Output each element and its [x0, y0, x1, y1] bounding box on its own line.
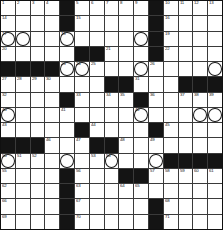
grid-cell-r10c5[interactable]	[60, 138, 74, 152]
circle-marker	[208, 108, 222, 122]
grid-cell-r7c6[interactable]: 33	[75, 93, 89, 107]
grid-cell-r7c15[interactable]: 39	[208, 93, 222, 107]
grid-cell-r3c8[interactable]	[105, 32, 119, 46]
clue-number: 22	[165, 47, 169, 52]
clue-number: 19	[165, 32, 169, 37]
grid-cell-r11c2[interactable]: 51	[16, 154, 30, 168]
grid-cell-r9c13[interactable]	[179, 123, 193, 137]
clue-number: 52	[32, 154, 36, 159]
grid-cell-r12c1[interactable]: 55	[1, 169, 15, 183]
grid-cell-r12c13[interactable]: 59	[179, 169, 193, 183]
grid-cell-r11c6[interactable]	[75, 154, 89, 168]
clue-number: 57	[150, 169, 154, 174]
grid-cell-r10c4[interactable]: 46	[45, 138, 59, 152]
black-square-r11c13	[179, 154, 193, 168]
grid-cell-r11c4[interactable]	[45, 154, 59, 168]
grid-cell-r15c14[interactable]	[193, 215, 207, 229]
clue-number: 50	[2, 154, 6, 159]
clue-number: 25	[91, 62, 95, 67]
clue-number: 40	[2, 108, 6, 113]
clue-number: 60	[194, 169, 198, 174]
grid-cell-r10c15[interactable]	[208, 138, 222, 152]
clue-number: 41	[61, 108, 65, 113]
grid-cell-r13c13[interactable]	[179, 184, 193, 198]
grid-cell-r10c9[interactable]: 48	[119, 138, 133, 152]
grid-cell-r1c3[interactable]: 3	[31, 1, 45, 15]
grid-cell-r1c9[interactable]: 8	[119, 1, 133, 15]
clue-number: 65	[135, 184, 139, 189]
grid-cell-r4c14[interactable]	[193, 47, 207, 61]
black-square-r9c11	[149, 123, 163, 137]
grid-cell-r13c8[interactable]	[105, 184, 119, 198]
grid-cell-r1c15[interactable]: 13	[208, 1, 222, 15]
grid-cell-r1c1[interactable]: 1	[1, 1, 15, 15]
clue-number: 56	[76, 169, 80, 174]
grid-cell-r5c7[interactable]: 25	[90, 62, 104, 76]
grid-cell-r5c11[interactable]: 26	[149, 62, 163, 76]
grid-cell-r13c6[interactable]: 63	[75, 184, 89, 198]
grid-cell-r12c11[interactable]: 57	[149, 169, 163, 183]
grid-cell-r12c12[interactable]: 58	[164, 169, 178, 183]
grid-cell-r13c7[interactable]	[90, 184, 104, 198]
grid-cell-r15c6[interactable]: 70	[75, 215, 89, 229]
grid-cell-r4c8[interactable]: 21	[105, 47, 119, 61]
clue-number: 71	[165, 215, 169, 220]
circle-marker	[75, 62, 89, 76]
grid-cell-r14c7[interactable]	[90, 199, 104, 213]
grid-cell-r15c3[interactable]	[31, 215, 45, 229]
clue-number: 14	[2, 16, 6, 21]
grid-cell-r9c4[interactable]	[45, 123, 59, 137]
grid-cell-r12c7[interactable]	[90, 169, 104, 183]
clue-number: 31	[135, 77, 139, 82]
grid-cell-r10c10[interactable]	[134, 138, 148, 152]
black-square-r10c1	[1, 138, 15, 152]
grid-cell-r12c6[interactable]: 56	[75, 169, 89, 183]
clue-number: 33	[76, 93, 80, 98]
grid-cell-r2c6[interactable]: 15	[75, 16, 89, 30]
black-square-r14c5	[60, 199, 74, 213]
grid-cell-r11c10[interactable]	[134, 154, 148, 168]
black-square-r12c9	[119, 169, 133, 183]
grid-cell-r2c1[interactable]: 14	[1, 16, 15, 30]
grid-cell-r2c14[interactable]	[193, 16, 207, 30]
grid-cell-r8c5[interactable]: 41	[60, 108, 74, 122]
grid-cell-r11c7[interactable]: 53	[90, 154, 104, 168]
clue-number: 11	[180, 1, 184, 6]
clue-number: 29	[32, 77, 36, 82]
grid-cell-r3c9[interactable]	[119, 32, 133, 46]
grid-cell-r2c7[interactable]	[90, 16, 104, 30]
black-square-r1c11	[149, 1, 163, 15]
grid-cell-r15c4[interactable]	[45, 215, 59, 229]
black-square-r10c2	[16, 138, 30, 152]
grid-cell-r8c12[interactable]	[164, 108, 178, 122]
grid-cell-r9c8[interactable]	[105, 123, 119, 137]
black-square-r4c11	[149, 47, 163, 61]
clue-number: 13	[209, 1, 213, 6]
black-square-r5c3	[31, 62, 45, 76]
black-square-r10c3	[31, 138, 45, 152]
grid-cell-r6c10[interactable]: 31	[134, 77, 148, 91]
grid-cell-r9c7[interactable]: 44	[90, 123, 104, 137]
grid-cell-r15c12[interactable]: 71	[164, 215, 178, 229]
grid-cell-r9c1[interactable]: 43	[1, 123, 15, 137]
grid-cell-r8c7[interactable]	[90, 108, 104, 122]
grid-cell-r5c5[interactable]: 23	[60, 62, 74, 76]
black-square-r6c15	[208, 77, 222, 91]
clue-number: 17	[2, 32, 6, 37]
clue-number: 45	[165, 123, 169, 128]
grid-cell-r7c1[interactable]: 32	[1, 93, 15, 107]
circle-marker	[134, 108, 148, 122]
black-square-r11c14	[193, 154, 207, 168]
clue-number: 34	[106, 93, 110, 98]
grid-cell-r8c1[interactable]: 40	[1, 108, 15, 122]
grid-cell-r7c2[interactable]	[16, 93, 30, 107]
black-square-r7c5	[60, 93, 74, 107]
grid-cell-r8c9[interactable]	[119, 108, 133, 122]
grid-cell-r5c8[interactable]	[105, 62, 119, 76]
grid-cell-r2c10[interactable]	[134, 16, 148, 30]
grid-cell-r8c14[interactable]	[193, 108, 207, 122]
grid-cell-r3c13[interactable]	[179, 32, 193, 46]
clue-number: 63	[76, 184, 80, 189]
grid-cell-r1c14[interactable]: 12	[193, 1, 207, 15]
grid-cell-r13c9[interactable]: 64	[119, 184, 133, 198]
grid-cell-r8c13[interactable]	[179, 108, 193, 122]
grid-cell-r3c7[interactable]	[90, 32, 104, 46]
clue-number: 24	[76, 62, 80, 67]
grid-cell-r1c12[interactable]: 10	[164, 1, 178, 15]
grid-cell-r13c3[interactable]	[31, 184, 45, 198]
clue-number: 61	[209, 169, 213, 174]
grid-cell-r11c9[interactable]	[119, 154, 133, 168]
grid-cell-r14c1[interactable]: 66	[1, 199, 15, 213]
clue-number: 66	[2, 199, 6, 204]
grid-cell-r1c7[interactable]: 6	[90, 1, 104, 15]
grid-cell-r10c14[interactable]	[193, 138, 207, 152]
grid-cell-r8c15[interactable]	[208, 108, 222, 122]
black-square-r13c5	[60, 184, 74, 198]
grid-cell-r4c13[interactable]	[179, 47, 193, 61]
grid-cell-r11c11[interactable]	[149, 154, 163, 168]
grid-cell-r7c11[interactable]: 36	[149, 93, 163, 107]
grid-cell-r10c6[interactable]: 47	[75, 138, 89, 152]
grid-cell-r4c12[interactable]: 22	[164, 47, 178, 61]
black-square-r6c13	[179, 77, 193, 91]
clue-number: 7	[106, 1, 108, 6]
clue-number: 2	[17, 1, 19, 6]
grid-cell-r7c12[interactable]	[164, 93, 178, 107]
clue-number: 46	[46, 138, 50, 143]
grid-cell-r9c3[interactable]	[31, 123, 45, 137]
clue-number: 32	[2, 93, 6, 98]
grid-cell-r8c3[interactable]	[31, 108, 45, 122]
grid-cell-r3c5[interactable]: 18	[60, 32, 74, 46]
black-square-r3c11	[149, 32, 163, 46]
clue-number: 64	[120, 184, 124, 189]
grid-cell-r7c8[interactable]: 34	[105, 93, 119, 107]
clue-number: 42	[135, 108, 139, 113]
clue-number: 38	[194, 93, 198, 98]
grid-cell-r4c3[interactable]	[31, 47, 45, 61]
grid-cell-r8c11[interactable]	[149, 108, 163, 122]
clue-number: 44	[91, 123, 95, 128]
grid-cell-r4c4[interactable]	[45, 47, 59, 61]
clue-number: 37	[180, 93, 184, 98]
black-square-r15c5	[60, 215, 74, 229]
grid-cell-r4c1[interactable]: 20	[1, 47, 15, 61]
clue-number: 18	[61, 32, 65, 37]
grid-cell-r12c3[interactable]	[31, 169, 45, 183]
grid-cell-r5c10[interactable]	[134, 62, 148, 76]
circle-marker	[134, 32, 148, 46]
grid-cell-r2c13[interactable]	[179, 16, 193, 30]
clue-number: 1	[2, 1, 4, 6]
grid-cell-r3c14[interactable]	[193, 32, 207, 46]
crossword-board: 1234567891011121314151617181920212223242…	[0, 0, 223, 230]
grid-cell-r13c15[interactable]	[208, 184, 222, 198]
grid-cell-r6c5[interactable]	[60, 77, 74, 91]
grid-cell-r9c14[interactable]	[193, 123, 207, 137]
black-square-r11c15	[208, 154, 222, 168]
grid-cell-r8c2[interactable]	[16, 108, 30, 122]
grid-cell-r2c9[interactable]	[119, 16, 133, 30]
clue-number: 47	[76, 138, 80, 143]
clue-number: 23	[61, 62, 65, 67]
grid-cell-r13c4[interactable]	[45, 184, 59, 198]
grid-cell-r11c8[interactable]: 54	[105, 154, 119, 168]
grid-cell-r11c1[interactable]: 50	[1, 154, 15, 168]
clue-number: 26	[150, 62, 154, 67]
grid-cell-r15c10[interactable]	[134, 215, 148, 229]
grid-cell-r6c12[interactable]	[164, 77, 178, 91]
grid-cell-r13c10[interactable]: 65	[134, 184, 148, 198]
grid-cell-r15c7[interactable]	[90, 215, 104, 229]
clue-number: 8	[120, 1, 122, 6]
grid-cell-r2c12[interactable]: 16	[164, 16, 178, 30]
grid-cell-r9c9[interactable]	[119, 123, 133, 137]
grid-cell-r13c1[interactable]: 62	[1, 184, 15, 198]
black-square-r1c5	[60, 1, 74, 15]
black-square-r7c10	[134, 93, 148, 107]
clue-number: 55	[2, 169, 6, 174]
grid-cell-r5c14[interactable]	[193, 62, 207, 76]
grid-cell-r8c10[interactable]: 42	[134, 108, 148, 122]
grid-cell-r8c4[interactable]	[45, 108, 59, 122]
grid-cell-r8c6[interactable]	[75, 108, 89, 122]
grid-cell-r11c5[interactable]	[60, 154, 74, 168]
grid-cell-r14c4[interactable]	[45, 199, 59, 213]
grid-cell-r12c8[interactable]	[105, 169, 119, 183]
grid-cell-r12c15[interactable]: 61	[208, 169, 222, 183]
grid-cell-r14c3[interactable]	[31, 199, 45, 213]
black-square-r11c12	[164, 154, 178, 168]
black-square-r6c9	[119, 77, 133, 91]
grid-cell-r7c14[interactable]: 38	[193, 93, 207, 107]
clue-number: 59	[180, 169, 184, 174]
grid-cell-r14c2[interactable]	[16, 199, 30, 213]
grid-cell-r7c7[interactable]	[90, 93, 104, 107]
grid-cell-r5c6[interactable]: 24	[75, 62, 89, 76]
grid-cell-r10c13[interactable]	[179, 138, 193, 152]
grid-cell-r13c2[interactable]	[16, 184, 30, 198]
grid-cell-r14c15[interactable]	[208, 199, 222, 213]
grid-cell-r5c15[interactable]	[208, 62, 222, 76]
grid-cell-r5c13[interactable]	[179, 62, 193, 76]
clue-number: 27	[2, 77, 6, 82]
grid-cell-r7c3[interactable]	[31, 93, 45, 107]
grid-cell-r6c11[interactable]	[149, 77, 163, 91]
grid-cell-r1c4[interactable]: 4	[45, 1, 59, 15]
grid-cell-r5c12[interactable]	[164, 62, 178, 76]
circle-marker	[149, 154, 163, 168]
grid-cell-r7c9[interactable]: 35	[119, 93, 133, 107]
clue-number: 6	[91, 1, 93, 6]
clue-number: 21	[106, 47, 110, 52]
grid-cell-r9c5[interactable]	[60, 123, 74, 137]
clue-number: 48	[120, 138, 124, 143]
grid-cell-r3c10[interactable]	[134, 32, 148, 46]
clue-number: 43	[2, 123, 6, 128]
grid-cell-r15c1[interactable]: 69	[1, 215, 15, 229]
grid-cell-r1c6[interactable]: 5	[75, 1, 89, 15]
grid-cell-r14c10[interactable]	[134, 199, 148, 213]
grid-cell-r14c9[interactable]	[119, 199, 133, 213]
grid-cell-r14c13[interactable]	[179, 199, 193, 213]
clue-number: 69	[2, 215, 6, 220]
clue-number: 39	[209, 93, 213, 98]
grid-cell-r15c13[interactable]	[179, 215, 193, 229]
circle-marker	[193, 108, 207, 122]
clue-number: 58	[165, 169, 169, 174]
grid-cell-r14c8[interactable]	[105, 199, 119, 213]
clue-number: 36	[150, 93, 154, 98]
grid-cell-r5c9[interactable]	[119, 62, 133, 76]
grid-cell-r10c12[interactable]	[164, 138, 178, 152]
grid-cell-r13c14[interactable]	[193, 184, 207, 198]
circle-marker	[1, 108, 15, 122]
clue-number: 54	[106, 154, 110, 159]
black-square-r9c6	[75, 123, 89, 137]
grid-cell-r7c13[interactable]: 37	[179, 93, 193, 107]
black-square-r4c6	[75, 47, 89, 61]
grid-cell-r14c14[interactable]	[193, 199, 207, 213]
black-square-r12c5	[60, 169, 74, 183]
black-square-r6c14	[193, 77, 207, 91]
clue-number: 68	[165, 199, 169, 204]
grid-cell-r3c6[interactable]	[75, 32, 89, 46]
clue-number: 5	[76, 1, 78, 6]
clue-number: 30	[46, 77, 50, 82]
grid-cell-r6c7[interactable]	[90, 77, 104, 91]
grid-cell-r6c6[interactable]	[75, 77, 89, 91]
grid-cell-r6c4[interactable]: 30	[45, 77, 59, 91]
grid-cell-r3c3[interactable]	[31, 32, 45, 46]
clue-number: 49	[150, 138, 154, 143]
grid-cell-r13c11[interactable]	[149, 184, 163, 198]
circle-marker	[16, 32, 30, 46]
clue-number: 12	[194, 1, 198, 6]
grid-cell-r8c8[interactable]	[105, 108, 119, 122]
grid-cell-r2c4[interactable]	[45, 16, 59, 30]
grid-cell-r14c12[interactable]: 68	[164, 199, 178, 213]
grid-cell-r6c2[interactable]: 28	[16, 77, 30, 91]
black-square-r5c4	[45, 62, 59, 76]
grid-cell-r4c2[interactable]	[16, 47, 30, 61]
grid-cell-r4c10[interactable]	[134, 47, 148, 61]
grid-cell-r13c12[interactable]	[164, 184, 178, 198]
black-square-r14c11	[149, 199, 163, 213]
grid-cell-r9c10[interactable]	[134, 123, 148, 137]
grid-cell-r3c15[interactable]	[208, 32, 222, 46]
grid-cell-r12c14[interactable]: 60	[193, 169, 207, 183]
grid-cell-r15c8[interactable]	[105, 215, 119, 229]
grid-cell-r2c3[interactable]	[31, 16, 45, 30]
clue-number: 4	[46, 1, 48, 6]
grid-cell-r4c9[interactable]	[119, 47, 133, 61]
clue-number: 20	[2, 47, 6, 52]
grid-cell-r7c4[interactable]	[45, 93, 59, 107]
grid-cell-r15c9[interactable]	[119, 215, 133, 229]
grid-cell-r1c13[interactable]: 11	[179, 1, 193, 15]
grid-cell-r9c2[interactable]	[16, 123, 30, 137]
grid-cell-r9c15[interactable]	[208, 123, 222, 137]
clue-number: 28	[17, 77, 21, 82]
grid-cell-r6c1[interactable]: 27	[1, 77, 15, 91]
grid-cell-r6c3[interactable]: 29	[31, 77, 45, 91]
grid-cell-r3c4[interactable]	[45, 32, 59, 46]
clue-number: 70	[76, 215, 80, 220]
grid-cell-r15c15[interactable]	[208, 215, 222, 229]
clue-number: 62	[2, 184, 6, 189]
black-square-r4c7	[90, 47, 104, 61]
grid-cell-r1c2[interactable]: 2	[16, 1, 30, 15]
grid-cell-r14c6[interactable]: 67	[75, 199, 89, 213]
grid-cell-r2c2[interactable]	[16, 16, 30, 30]
grid-cell-r3c12[interactable]: 19	[164, 32, 178, 46]
grid-cell-r3c1[interactable]: 17	[1, 32, 15, 46]
circle-marker	[105, 154, 119, 168]
grid-cell-r10c11[interactable]: 49	[149, 138, 163, 152]
circle-marker	[60, 62, 74, 76]
clue-number: 16	[165, 16, 169, 21]
grid-cell-r12c2[interactable]	[16, 169, 30, 183]
grid-cell-r11c3[interactable]: 52	[31, 154, 45, 168]
grid-cell-r3c2[interactable]	[16, 32, 30, 46]
circle-marker	[1, 154, 15, 168]
grid-cell-r1c10[interactable]: 9	[134, 1, 148, 15]
grid-cell-r2c8[interactable]	[105, 16, 119, 30]
black-square-r10c8	[105, 138, 119, 152]
clue-number: 67	[76, 199, 80, 204]
grid-cell-r4c5[interactable]	[60, 47, 74, 61]
circle-marker	[134, 62, 148, 76]
clue-number: 9	[135, 1, 137, 6]
grid-cell-r15c2[interactable]	[16, 215, 30, 229]
grid-cell-r1c8[interactable]: 7	[105, 1, 119, 15]
grid-cell-r4c15[interactable]	[208, 47, 222, 61]
grid-cell-r12c4[interactable]	[45, 169, 59, 183]
clue-number: 51	[17, 154, 21, 159]
grid-cell-r9c12[interactable]: 45	[164, 123, 178, 137]
clue-number: 3	[32, 1, 34, 6]
black-square-r15c11	[149, 215, 163, 229]
grid-cell-r2c15[interactable]	[208, 16, 222, 30]
black-square-r2c11	[149, 16, 163, 30]
circle-marker	[208, 62, 222, 76]
